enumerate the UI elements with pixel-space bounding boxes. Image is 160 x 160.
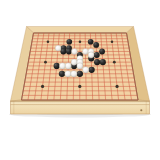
star-point [78,85,81,88]
star-point [44,61,47,64]
white-stone [88,52,94,58]
star-point [79,40,82,43]
white-stone [65,71,71,77]
white-stone [83,49,89,55]
white-stone [55,45,61,51]
star-point [113,61,116,64]
black-stone [88,39,94,45]
star-point [111,40,114,43]
product-photo [0,0,160,160]
black-stone [94,59,100,65]
white-stone [59,63,65,69]
white-stone [71,59,77,65]
black-stone [77,71,83,77]
star-point [115,85,118,88]
black-stone [94,52,100,58]
white-stone [77,63,83,69]
black-stone [54,63,60,69]
black-stone [59,71,65,77]
black-stone [100,59,106,65]
black-stone [89,67,95,73]
white-stone [71,49,77,55]
board-frame-top [27,27,134,34]
white-stone [83,67,89,73]
black-stone [93,42,99,48]
white-stone [65,63,71,69]
wood-knot [140,109,142,111]
go-board [0,0,160,160]
box-front-face [11,101,150,114]
black-stone [60,49,66,55]
star-point [41,85,44,88]
black-stone [66,39,72,45]
black-stone [66,49,72,55]
black-stone [99,49,105,55]
white-stone [71,71,77,77]
star-point [47,40,50,43]
